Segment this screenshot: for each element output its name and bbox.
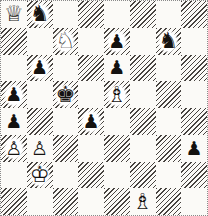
square-f7[interactable]	[130, 28, 156, 55]
black-pawn[interactable]: ♟	[105, 28, 129, 54]
square-g1[interactable]	[156, 188, 182, 215]
square-a3[interactable]: ♙	[1, 135, 27, 162]
square-h2[interactable]	[181, 162, 207, 189]
square-a6[interactable]	[1, 55, 27, 82]
square-a4[interactable]: ♟	[1, 108, 27, 135]
square-e8[interactable]	[104, 1, 130, 28]
white-queen[interactable]: ♕	[2, 1, 26, 27]
white-pawn[interactable]: ♙	[2, 135, 26, 161]
black-king[interactable]: ♚	[53, 82, 77, 108]
square-a2[interactable]	[1, 162, 27, 189]
square-a8[interactable]: ♕	[1, 1, 27, 28]
square-h5[interactable]	[181, 81, 207, 108]
square-g7[interactable]: ♞	[156, 28, 182, 55]
square-g4[interactable]	[156, 108, 182, 135]
square-f1[interactable]: ♗	[130, 188, 156, 215]
black-pawn[interactable]: ♟	[79, 108, 103, 134]
white-king[interactable]: ♔	[28, 162, 52, 188]
white-knight[interactable]: ♘	[53, 28, 77, 54]
square-h7[interactable]	[181, 28, 207, 55]
black-knight[interactable]: ♞	[28, 1, 52, 27]
square-d1[interactable]	[78, 188, 104, 215]
square-d7[interactable]	[78, 28, 104, 55]
square-d3[interactable]	[78, 135, 104, 162]
black-pawn[interactable]: ♟	[105, 55, 129, 81]
square-g3[interactable]	[156, 135, 182, 162]
square-d8[interactable]	[78, 1, 104, 28]
square-b1[interactable]	[27, 188, 53, 215]
black-pawn[interactable]: ♟	[2, 82, 26, 108]
square-b4[interactable]	[27, 108, 53, 135]
square-e4[interactable]	[104, 108, 130, 135]
square-c8[interactable]	[53, 1, 79, 28]
black-pawn[interactable]: ♟	[182, 135, 206, 161]
square-g6[interactable]	[156, 55, 182, 82]
square-b7[interactable]	[27, 28, 53, 55]
square-e7[interactable]: ♟	[104, 28, 130, 55]
square-f4[interactable]	[130, 108, 156, 135]
square-e1[interactable]	[104, 188, 130, 215]
white-pawn[interactable]: ♙	[28, 135, 52, 161]
square-g8[interactable]	[156, 1, 182, 28]
square-c3[interactable]	[53, 135, 79, 162]
square-h8[interactable]	[181, 1, 207, 28]
square-f5[interactable]	[130, 81, 156, 108]
square-h3[interactable]: ♟	[181, 135, 207, 162]
white-bishop[interactable]: ♗	[131, 189, 155, 215]
square-b8[interactable]: ♞	[27, 1, 53, 28]
square-b6[interactable]: ♟	[27, 55, 53, 82]
square-e5[interactable]: ♗	[104, 81, 130, 108]
chess-board: ♕♞♘♟♞♟♟♟♚♗♟♟♙♙♟♔♗	[1, 1, 207, 215]
square-c7[interactable]: ♘	[53, 28, 79, 55]
square-b2[interactable]: ♔	[27, 162, 53, 189]
square-d4[interactable]: ♟	[78, 108, 104, 135]
square-c5[interactable]: ♚	[53, 81, 79, 108]
square-c1[interactable]	[53, 188, 79, 215]
square-d6[interactable]	[78, 55, 104, 82]
square-g5[interactable]	[156, 81, 182, 108]
square-a5[interactable]: ♟	[1, 81, 27, 108]
square-f3[interactable]	[130, 135, 156, 162]
square-c6[interactable]	[53, 55, 79, 82]
square-g2[interactable]	[156, 162, 182, 189]
square-f8[interactable]	[130, 1, 156, 28]
square-c2[interactable]	[53, 162, 79, 189]
square-h1[interactable]	[181, 188, 207, 215]
black-pawn[interactable]: ♟	[2, 108, 26, 134]
square-e3[interactable]	[104, 135, 130, 162]
square-d5[interactable]	[78, 81, 104, 108]
black-pawn[interactable]: ♟	[28, 55, 52, 81]
square-e2[interactable]	[104, 162, 130, 189]
chess-diagram: ♕♞♘♟♞♟♟♟♚♗♟♟♙♙♟♔♗	[0, 0, 208, 216]
square-c4[interactable]	[53, 108, 79, 135]
square-a1[interactable]	[1, 188, 27, 215]
square-f6[interactable]	[130, 55, 156, 82]
square-e6[interactable]: ♟	[104, 55, 130, 82]
square-a7[interactable]	[1, 28, 27, 55]
square-h4[interactable]	[181, 108, 207, 135]
square-b5[interactable]	[27, 81, 53, 108]
square-f2[interactable]	[130, 162, 156, 189]
square-b3[interactable]: ♙	[27, 135, 53, 162]
square-d2[interactable]	[78, 162, 104, 189]
black-knight[interactable]: ♞	[156, 28, 180, 54]
white-bishop[interactable]: ♗	[105, 82, 129, 108]
square-h6[interactable]	[181, 55, 207, 82]
